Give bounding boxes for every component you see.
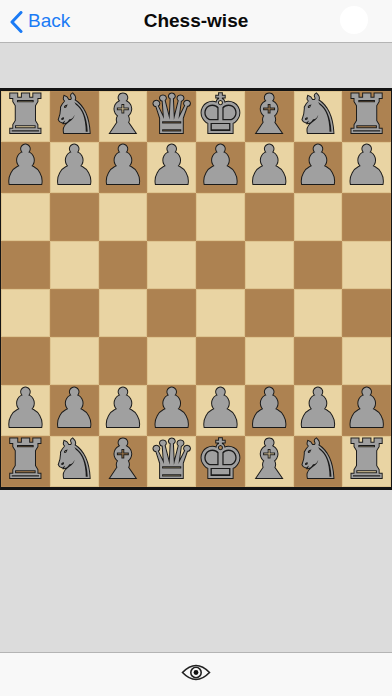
square-b4[interactable] bbox=[50, 289, 99, 337]
back-button-label: Back bbox=[28, 10, 70, 32]
piece-white-queen: ♛ bbox=[147, 433, 195, 487]
square-e1[interactable]: ♚ bbox=[196, 436, 245, 487]
square-e7[interactable]: ♟ bbox=[196, 142, 245, 193]
piece-black-pawn: ♟ bbox=[342, 139, 390, 193]
piece-white-knight: ♞ bbox=[294, 433, 342, 487]
square-c1[interactable]: ♝ bbox=[99, 436, 148, 487]
square-d5[interactable] bbox=[147, 241, 196, 289]
square-f1[interactable]: ♝ bbox=[245, 436, 294, 487]
piece-black-pawn: ♟ bbox=[147, 139, 195, 193]
square-a1[interactable]: ♜ bbox=[1, 436, 50, 487]
square-f5[interactable] bbox=[245, 241, 294, 289]
square-b5[interactable] bbox=[50, 241, 99, 289]
piece-black-pawn: ♟ bbox=[50, 139, 98, 193]
back-button[interactable]: Back bbox=[10, 0, 70, 42]
square-g1[interactable]: ♞ bbox=[294, 436, 343, 487]
piece-black-pawn: ♟ bbox=[245, 139, 293, 193]
square-h4[interactable] bbox=[342, 289, 391, 337]
square-g6[interactable] bbox=[294, 193, 343, 241]
square-d6[interactable] bbox=[147, 193, 196, 241]
chevron-left-icon bbox=[10, 10, 23, 33]
square-b6[interactable] bbox=[50, 193, 99, 241]
square-c6[interactable] bbox=[99, 193, 148, 241]
square-c4[interactable] bbox=[99, 289, 148, 337]
square-g5[interactable] bbox=[294, 241, 343, 289]
square-e4[interactable] bbox=[196, 289, 245, 337]
chess-board: ♜♞♝♛♚♝♞♜♟♟♟♟♟♟♟♟♟♟♟♟♟♟♟♟♜♞♝♛♚♝♞♜ bbox=[0, 88, 392, 490]
piece-white-bishop: ♝ bbox=[99, 433, 147, 487]
piece-black-pawn: ♟ bbox=[99, 139, 147, 193]
square-d4[interactable] bbox=[147, 289, 196, 337]
piece-black-pawn: ♟ bbox=[1, 139, 49, 193]
square-e6[interactable] bbox=[196, 193, 245, 241]
piece-black-pawn: ♟ bbox=[294, 139, 342, 193]
square-b1[interactable]: ♞ bbox=[50, 436, 99, 487]
square-a4[interactable] bbox=[1, 289, 50, 337]
square-a6[interactable] bbox=[1, 193, 50, 241]
square-e5[interactable] bbox=[196, 241, 245, 289]
square-c7[interactable]: ♟ bbox=[99, 142, 148, 193]
piece-white-rook: ♜ bbox=[1, 433, 49, 487]
eye-button[interactable] bbox=[181, 663, 211, 686]
square-f4[interactable] bbox=[245, 289, 294, 337]
piece-white-rook: ♜ bbox=[342, 433, 390, 487]
bottom-toolbar bbox=[0, 652, 392, 696]
piece-white-bishop: ♝ bbox=[245, 433, 293, 487]
square-h5[interactable] bbox=[342, 241, 391, 289]
piece-white-knight: ♞ bbox=[50, 433, 98, 487]
square-f7[interactable]: ♟ bbox=[245, 142, 294, 193]
navigation-bar: Back Chess-wise bbox=[0, 0, 392, 43]
eye-icon bbox=[181, 663, 211, 686]
square-g4[interactable] bbox=[294, 289, 343, 337]
square-f6[interactable] bbox=[245, 193, 294, 241]
square-d7[interactable]: ♟ bbox=[147, 142, 196, 193]
white-circle-icon bbox=[340, 6, 368, 34]
piece-black-pawn: ♟ bbox=[196, 139, 244, 193]
square-a5[interactable] bbox=[1, 241, 50, 289]
square-a7[interactable]: ♟ bbox=[1, 142, 50, 193]
piece-white-king: ♚ bbox=[196, 433, 244, 487]
square-g7[interactable]: ♟ bbox=[294, 142, 343, 193]
square-h6[interactable] bbox=[342, 193, 391, 241]
square-b7[interactable]: ♟ bbox=[50, 142, 99, 193]
board-grid: ♜♞♝♛♚♝♞♜♟♟♟♟♟♟♟♟♟♟♟♟♟♟♟♟♜♞♝♛♚♝♞♜ bbox=[1, 91, 391, 487]
square-h7[interactable]: ♟ bbox=[342, 142, 391, 193]
square-h1[interactable]: ♜ bbox=[342, 436, 391, 487]
square-d1[interactable]: ♛ bbox=[147, 436, 196, 487]
square-c5[interactable] bbox=[99, 241, 148, 289]
